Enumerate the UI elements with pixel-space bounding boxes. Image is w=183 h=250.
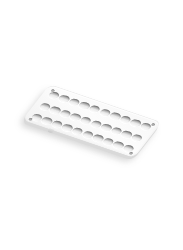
pit-r1-c10 bbox=[139, 122, 153, 131]
corner-screw-hole-3 bbox=[28, 118, 33, 121]
pit-r3-c10 bbox=[122, 144, 136, 153]
product-photo-background bbox=[0, 0, 183, 250]
corner-screw-hole-4 bbox=[128, 152, 133, 155]
corner-screw-hole-2 bbox=[150, 123, 155, 126]
